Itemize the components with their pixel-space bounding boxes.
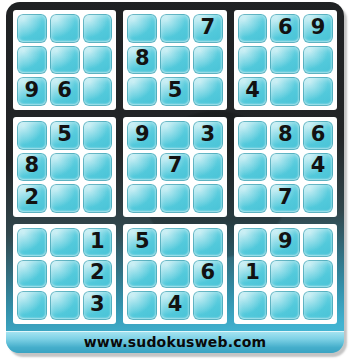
cell-digit: 7 [278,187,293,208]
cell-r4c8[interactable]: 8 [270,121,300,150]
cell-r8c4[interactable] [127,260,157,289]
cell-r4c5[interactable] [160,121,190,150]
cell-r8c1[interactable] [17,260,47,289]
cell-digit: 6 [200,262,215,283]
cell-r5c4[interactable] [127,153,157,182]
cell-r1c4[interactable] [127,14,157,43]
cell-r1c3[interactable] [83,14,113,43]
site-url[interactable]: www.sudokusweb.com [84,335,267,349]
cell-digit: 2 [25,187,40,208]
cell-r8c2[interactable] [50,260,80,289]
cell-r3c5[interactable]: 5 [160,77,190,106]
cell-r7c7[interactable] [238,228,268,257]
cell-r2c6[interactable] [193,46,223,75]
cell-r3c4[interactable] [127,77,157,106]
cell-r6c9[interactable] [303,184,333,213]
cell-digit: 6 [57,80,72,101]
cell-r6c1[interactable]: 2 [17,184,47,213]
cell-r2c7[interactable] [238,46,268,75]
sudoku-box-4: 582 [13,117,116,217]
cell-r1c2[interactable] [50,14,80,43]
cell-r3c3[interactable] [83,77,113,106]
cell-r5c8[interactable] [270,153,300,182]
cell-r7c3[interactable]: 1 [83,228,113,257]
cell-r2c3[interactable] [83,46,113,75]
sudoku-box-7: 123 [13,224,116,324]
cell-digit: 1 [90,231,105,252]
cell-r2c4[interactable]: 8 [127,46,157,75]
cell-r3c2[interactable]: 6 [50,77,80,106]
cell-digit: 9 [311,17,326,38]
cell-r7c9[interactable] [303,228,333,257]
cell-r8c7[interactable]: 1 [238,260,268,289]
cell-r4c6[interactable]: 3 [193,121,223,150]
cell-digit: 9 [25,80,40,101]
cell-digit: 5 [168,80,183,101]
sudoku-box-3: 694 [234,10,337,110]
footer-band: www.sudokusweb.com [6,331,344,353]
cell-r2c1[interactable] [17,46,47,75]
cell-digit: 8 [135,48,150,69]
cell-r4c3[interactable] [83,121,113,150]
cell-r8c3[interactable]: 2 [83,260,113,289]
cell-r8c6[interactable]: 6 [193,260,223,289]
cell-r3c8[interactable] [270,77,300,106]
cell-r6c5[interactable] [160,184,190,213]
cell-r2c8[interactable] [270,46,300,75]
cell-r5c6[interactable] [193,153,223,182]
cell-r6c7[interactable] [238,184,268,213]
cell-digit: 2 [90,262,105,283]
cell-r9c7[interactable] [238,291,268,320]
sudoku-box-6: 8647 [234,117,337,217]
cell-r8c5[interactable] [160,260,190,289]
cell-r9c3[interactable]: 3 [83,291,113,320]
sudoku-box-1: 96 [13,10,116,110]
cell-digit: 3 [90,294,105,315]
cell-digit: 4 [311,155,326,176]
cell-digit: 4 [245,80,260,101]
sudoku-box-9: 91 [234,224,337,324]
cell-r9c6[interactable] [193,291,223,320]
cell-digit: 3 [200,124,215,145]
cell-r7c6[interactable] [193,228,223,257]
cell-r2c9[interactable] [303,46,333,75]
cell-r4c2[interactable]: 5 [50,121,80,150]
sudoku-box-8: 564 [123,224,226,324]
cell-r1c7[interactable] [238,14,268,43]
sudoku-box-2: 785 [123,10,226,110]
cell-r4c9[interactable]: 6 [303,121,333,150]
cell-r4c4[interactable]: 9 [127,121,157,150]
cell-r3c1[interactable]: 9 [17,77,47,106]
cell-digit: 9 [135,124,150,145]
cell-r6c2[interactable] [50,184,80,213]
cell-r7c5[interactable] [160,228,190,257]
cell-r5c9[interactable]: 4 [303,153,333,182]
cell-r9c9[interactable] [303,291,333,320]
cell-digit: 8 [278,124,293,145]
cell-r4c7[interactable] [238,121,268,150]
cell-digit: 6 [311,124,326,145]
cell-r5c5[interactable]: 7 [160,153,190,182]
cell-r3c9[interactable] [303,77,333,106]
cell-r9c4[interactable] [127,291,157,320]
cell-digit: 4 [168,294,183,315]
cell-r7c4[interactable]: 5 [127,228,157,257]
cell-r6c8[interactable]: 7 [270,184,300,213]
cell-r1c6[interactable]: 7 [193,14,223,43]
cell-digit: 7 [200,17,215,38]
cell-r9c1[interactable] [17,291,47,320]
cell-r1c9[interactable]: 9 [303,14,333,43]
cell-r1c5[interactable] [160,14,190,43]
cell-r6c6[interactable] [193,184,223,213]
sudoku-box-5: 937 [123,117,226,217]
cell-r8c8[interactable] [270,260,300,289]
cell-r1c1[interactable] [17,14,47,43]
cell-r7c1[interactable] [17,228,47,257]
cell-digit: 9 [278,231,293,252]
cell-r9c8[interactable] [270,291,300,320]
cell-r7c2[interactable] [50,228,80,257]
cell-r9c2[interactable] [50,291,80,320]
cell-r2c2[interactable] [50,46,80,75]
cell-r3c6[interactable] [193,77,223,106]
cell-r2c5[interactable] [160,46,190,75]
cell-r5c3[interactable] [83,153,113,182]
cell-r1c8[interactable]: 6 [270,14,300,43]
cell-digit: 1 [245,262,260,283]
cell-r3c7[interactable]: 4 [238,77,268,106]
cell-digit: 7 [168,155,183,176]
cell-r4c1[interactable] [17,121,47,150]
cell-r7c8[interactable]: 9 [270,228,300,257]
cell-digit: 6 [278,17,293,38]
cell-r5c1[interactable]: 8 [17,153,47,182]
cell-r6c3[interactable] [83,184,113,213]
cell-digit: 8 [25,155,40,176]
cell-digit: 5 [57,124,72,145]
cell-r8c9[interactable] [303,260,333,289]
sudoku-frame: 96785694582937864712356491 www.sudokuswe… [6,2,344,353]
sudoku-board: 96785694582937864712356491 [6,2,344,324]
cell-r6c4[interactable] [127,184,157,213]
cell-r9c5[interactable]: 4 [160,291,190,320]
cell-r5c2[interactable] [50,153,80,182]
cell-digit: 5 [135,231,150,252]
cell-r5c7[interactable] [238,153,268,182]
